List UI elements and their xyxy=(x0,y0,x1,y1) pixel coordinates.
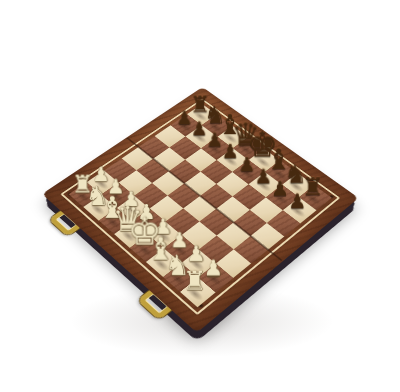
black-pawn[interactable]: ♟ xyxy=(279,192,316,212)
white-rook[interactable]: ♜ xyxy=(176,268,215,294)
board-grid: ♜♞♝♛♚♝♞♜♟♟♟♟♟♟♟♟♟♟♟♟♟♟♟♟♜♞♝♛♚♝♞♜ xyxy=(69,104,332,307)
product-photo: ♜♞♝♛♚♝♞♜♟♟♟♟♟♟♟♟♟♟♟♟♟♟♟♟♜♞♝♛♚♝♞♜ xyxy=(0,0,400,392)
